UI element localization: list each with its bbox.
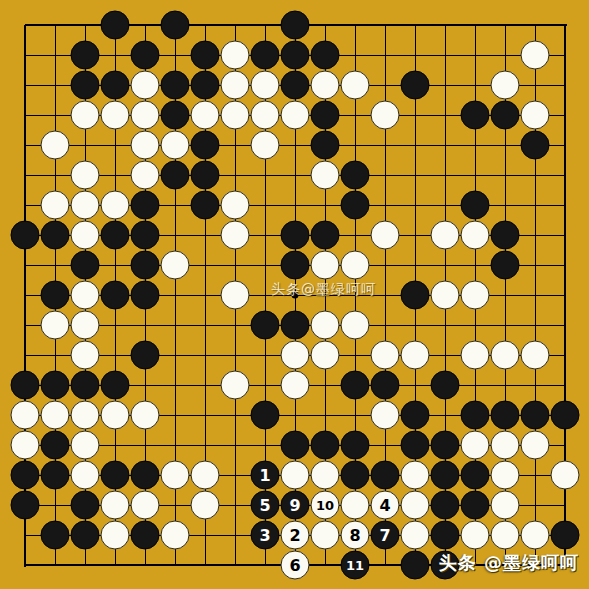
white-stone [41,311,70,340]
black-stone [371,461,400,490]
black-stone [341,161,370,190]
black-stone [41,521,70,550]
white-stone [521,431,550,460]
black-stone [461,401,490,430]
white-stone [461,221,490,250]
white-stone [461,431,490,460]
white-stone [131,131,160,160]
white-stone [71,431,100,460]
black-stone [431,431,460,460]
black-stone [281,311,310,340]
white-stone [461,341,490,370]
black-stone [11,371,40,400]
black-stone [71,71,100,100]
black-stone [101,11,130,40]
white-stone [161,461,190,490]
black-stone [161,11,190,40]
black-stone [401,71,430,100]
white-stone [71,161,100,190]
white-stone [131,71,160,100]
white-stone [431,281,460,310]
black-stone [401,431,430,460]
white-stone [101,191,130,220]
black-stone [131,41,160,70]
black-stone [71,371,100,400]
white-stone [251,131,280,160]
white-stone [131,101,160,130]
white-stone [461,521,490,550]
black-stone [101,371,130,400]
move-number-label: 11 [346,559,364,572]
white-stone: 6 [281,551,310,580]
white-stone [311,461,340,490]
white-stone [401,461,430,490]
black-stone: 3 [251,521,280,550]
black-stone [251,41,280,70]
white-stone [221,41,250,70]
white-stone [11,401,40,430]
black-stone [131,221,160,250]
black-stone [311,101,340,130]
white-stone [221,101,250,130]
move-number-label: 1 [259,467,270,483]
black-stone [71,491,100,520]
white-stone [11,431,40,460]
black-stone [161,161,190,190]
white-stone [311,251,340,280]
white-stone [131,161,160,190]
black-stone [101,221,130,250]
black-stone [191,161,220,190]
white-stone [101,491,130,520]
white-stone [41,401,70,430]
white-stone [341,311,370,340]
corner-watermark-logo: 头条 @墨绿呵呵 [439,551,579,575]
white-stone [191,101,220,130]
white-stone [371,101,400,130]
white-stone [311,71,340,100]
move-number-label: 3 [259,527,270,543]
black-stone [161,71,190,100]
white-stone [101,101,130,130]
black-stone [551,401,580,430]
white-stone: 4 [371,491,400,520]
black-stone [281,251,310,280]
black-stone [311,131,340,160]
white-stone [251,71,280,100]
white-stone [311,341,340,370]
black-stone [41,281,70,310]
white-stone [71,101,100,130]
white-stone [491,71,520,100]
white-stone [101,401,130,430]
white-stone [491,491,520,520]
black-stone [461,461,490,490]
black-stone [41,431,70,460]
white-stone [71,221,100,250]
black-stone [521,131,550,160]
black-stone [371,371,400,400]
black-stone [521,401,550,430]
black-stone [191,131,220,160]
black-stone [251,401,280,430]
black-stone [281,431,310,460]
black-stone [461,191,490,220]
white-stone [161,251,190,280]
white-stone [131,491,160,520]
black-stone [161,101,190,130]
black-stone [281,41,310,70]
move-number-label: 2 [289,527,300,543]
white-stone [191,461,220,490]
move-number-label: 8 [349,527,360,543]
white-stone [281,341,310,370]
white-stone [521,41,550,70]
white-stone [341,491,370,520]
black-stone [101,71,130,100]
white-stone [491,341,520,370]
white-stone [341,71,370,100]
white-stone [71,341,100,370]
black-stone [311,221,340,250]
black-stone [41,371,70,400]
white-stone [551,461,580,490]
black-stone [401,551,430,580]
black-stone [131,461,160,490]
white-stone [371,221,400,250]
white-stone [521,521,550,550]
black-stone [281,221,310,250]
black-stone [401,401,430,430]
black-stone [281,11,310,40]
black-stone [401,281,430,310]
black-stone [491,101,520,130]
black-stone [11,221,40,250]
black-stone [251,311,280,340]
black-stone [431,461,460,490]
white-stone [191,491,220,520]
black-stone [131,251,160,280]
black-stone [131,281,160,310]
black-stone [131,521,160,550]
white-stone [161,131,190,160]
white-stone [161,521,190,550]
black-stone [11,461,40,490]
black-stone [101,281,130,310]
white-stone [41,191,70,220]
black-stone [131,341,160,370]
white-stone [281,461,310,490]
white-stone: 8 [341,521,370,550]
white-stone [521,101,550,130]
move-number-label: 7 [379,527,390,543]
black-stone [71,251,100,280]
white-stone [71,461,100,490]
black-stone [491,251,520,280]
white-stone [101,521,130,550]
white-stone [521,341,550,370]
black-stone [131,191,160,220]
white-stone [491,431,520,460]
black-stone [341,461,370,490]
white-stone [221,71,250,100]
white-stone: 10 [311,491,340,520]
black-stone [431,371,460,400]
black-stone [191,191,220,220]
black-stone [71,521,100,550]
white-stone [71,311,100,340]
white-stone [131,401,160,430]
black-stone: 11 [341,551,370,580]
white-stone [491,461,520,490]
move-number-label: 9 [289,497,300,513]
white-stone [401,341,430,370]
black-stone [341,371,370,400]
white-stone [221,371,250,400]
black-stone: 7 [371,521,400,550]
white-stone [71,191,100,220]
black-stone [551,521,580,550]
black-stone [431,521,460,550]
black-stone [281,71,310,100]
white-stone [491,521,520,550]
black-stone [191,41,220,70]
black-stone [341,431,370,460]
black-stone [461,101,490,130]
white-stone [341,251,370,280]
white-stone [71,281,100,310]
white-stone [221,191,250,220]
white-stone [41,131,70,160]
move-number-label: 4 [379,497,390,513]
move-number-label: 6 [289,557,300,573]
white-stone [221,281,250,310]
black-stone: 1 [251,461,280,490]
black-stone [101,461,130,490]
black-stone: 5 [251,491,280,520]
black-stone [491,221,520,250]
black-stone [191,71,220,100]
white-stone [461,281,490,310]
white-stone [401,521,430,550]
move-number-label: 10 [316,499,334,512]
black-stone [71,41,100,70]
black-stone [491,401,520,430]
white-stone [221,221,250,250]
white-stone [371,401,400,430]
white-stone [251,101,280,130]
white-stone [281,371,310,400]
black-stone [41,461,70,490]
white-stone [371,341,400,370]
white-stone [401,491,430,520]
black-stone [461,491,490,520]
black-stone: 9 [281,491,310,520]
center-watermark: 头条@墨绿呵呵 [271,281,376,299]
black-stone [311,41,340,70]
white-stone [311,311,340,340]
move-number-label: 5 [259,497,270,513]
black-stone [431,491,460,520]
white-stone [71,401,100,430]
white-stone [281,101,310,130]
white-stone: 2 [281,521,310,550]
white-stone [431,221,460,250]
black-stone [311,431,340,460]
black-stone [341,191,370,220]
white-stone [311,161,340,190]
white-stone [311,521,340,550]
black-stone [11,491,40,520]
black-stone [41,221,70,250]
